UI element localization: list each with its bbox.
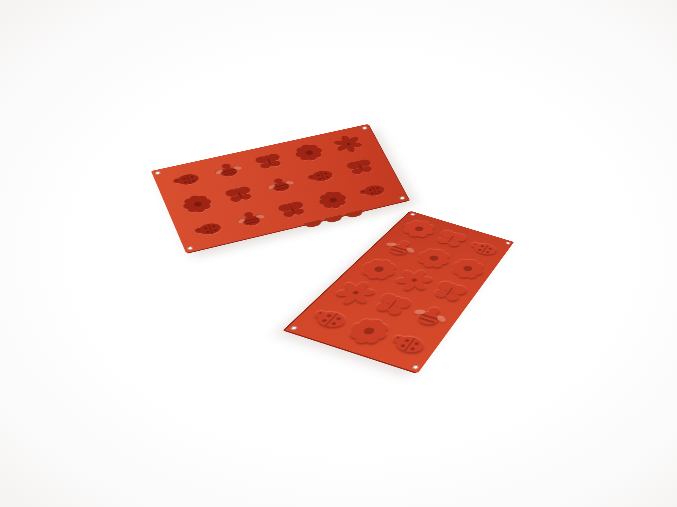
corner-hole — [399, 196, 406, 200]
front-mold-relief-side — [285, 211, 514, 373]
corner-hole — [411, 364, 419, 370]
narcissus-shape-icon — [329, 132, 369, 155]
ladybug-shape-icon — [301, 164, 341, 188]
cavity-underside-bump — [325, 215, 344, 224]
bee-shape-icon — [260, 173, 301, 198]
cavity-underside-bump — [304, 220, 323, 229]
corner-hole — [290, 325, 299, 330]
bee-shape-icon — [208, 158, 249, 182]
back-mold-cavity-side — [151, 124, 409, 253]
butterfly-shape-icon — [249, 150, 289, 174]
bee-shape-icon — [230, 206, 272, 232]
front-mold-relief-grid — [296, 215, 508, 365]
butterfly-shape-icon — [341, 155, 381, 179]
ladybug-shape-icon — [166, 167, 207, 192]
butterfly-shape-icon — [219, 182, 260, 207]
daisy-shape-icon — [177, 191, 219, 216]
daisy-shape-icon — [290, 141, 330, 165]
corner-hole — [187, 246, 194, 251]
ladybug-shape-icon — [353, 178, 393, 203]
corner-hole — [154, 171, 161, 175]
daisy-shape-icon — [313, 188, 354, 213]
butterfly-shape-icon — [272, 197, 313, 222]
back-mold-cavity-grid — [160, 129, 399, 247]
product-photo — [0, 0, 677, 507]
corner-hole — [361, 126, 367, 130]
cavity-underside-bump — [345, 210, 364, 219]
ladybug-shape-icon — [188, 216, 230, 242]
